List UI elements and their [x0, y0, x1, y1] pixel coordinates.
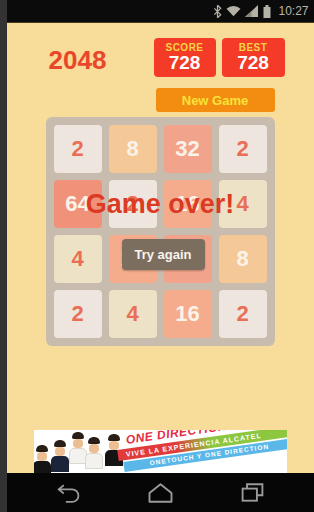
tile-r3c2: 16 [164, 290, 212, 338]
tile-r1c1: 2 [109, 180, 157, 228]
tile-r2c0: 4 [54, 235, 102, 283]
band-member [88, 437, 103, 469]
tile-r1c3: 4 [219, 180, 267, 228]
score-value: 728 [169, 53, 201, 73]
status-bar: 10:27 [7, 0, 314, 23]
tile-r2c3: 8 [219, 235, 267, 283]
tile-r0c0: 2 [54, 125, 102, 173]
bluetooth-icon [213, 4, 222, 19]
tile-r0c1: 8 [109, 125, 157, 173]
tile-r1c0: 64 [54, 180, 102, 228]
wifi-icon [226, 5, 241, 17]
tile-r3c0: 2 [54, 290, 102, 338]
home-button[interactable] [147, 482, 174, 504]
band-member [54, 440, 69, 472]
tile-r0c3: 2 [219, 125, 267, 173]
back-button[interactable] [55, 481, 83, 504]
recents-button[interactable] [239, 482, 266, 504]
band-member [36, 445, 51, 473]
tile-r3c3: 2 [219, 290, 267, 338]
best-box: BEST 728 [222, 38, 285, 77]
signal-icon [245, 5, 258, 17]
nav-bar [7, 473, 314, 512]
clock: 10:27 [278, 4, 308, 18]
app-title: 2048 [49, 45, 107, 76]
battery-icon [262, 4, 272, 19]
tile-r0c2: 32 [164, 125, 212, 173]
score-box: SCORE 728 [154, 38, 216, 77]
tile-r3c1: 4 [109, 290, 157, 338]
ad-banner[interactable]: ONE DIRECTION VIVE LA EXPERIENCIA ALCATE… [34, 430, 287, 473]
best-value: 728 [237, 53, 269, 73]
new-game-button[interactable]: New Game [156, 88, 275, 112]
game-board[interactable]: 2 8 32 2 64 2 16 4 4 16 32 8 2 4 16 2 Ga… [46, 117, 275, 346]
try-again-button[interactable]: Try again [122, 239, 205, 270]
tile-r1c2: 16 [164, 180, 212, 228]
phone-screen: 10:27 2048 SCORE 728 BEST 728 New Game 2… [7, 0, 314, 512]
